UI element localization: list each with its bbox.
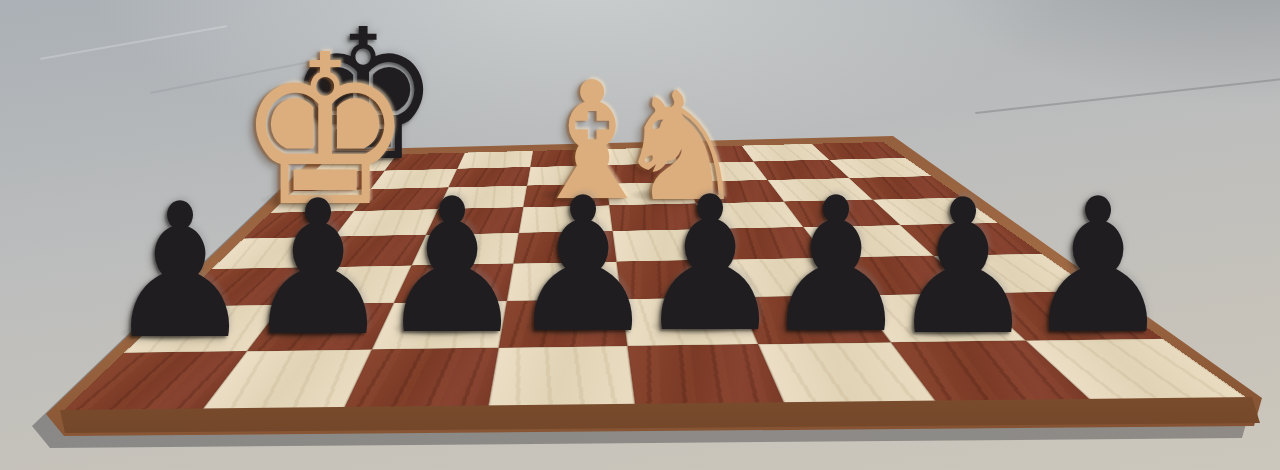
black-pawn-f2: ♟: [763, 173, 910, 359]
floor: ♚♚♝♞♟♟♟♟♟♟♟♟: [0, 0, 1280, 470]
black-pawn-b2: ♟: [245, 176, 392, 362]
floor-seam-line: [40, 25, 227, 60]
black-pawn-e2: ♟: [637, 172, 784, 358]
black-pawn-a2: ♟: [107, 179, 254, 365]
black-pawn-g2: ♟: [890, 175, 1037, 361]
black-pawn-h2: ♟: [1025, 174, 1172, 360]
black-pawn-d2: ♟: [510, 173, 657, 359]
floor-seam-line: [975, 76, 1280, 114]
black-pawn-c2: ♟: [379, 174, 526, 360]
